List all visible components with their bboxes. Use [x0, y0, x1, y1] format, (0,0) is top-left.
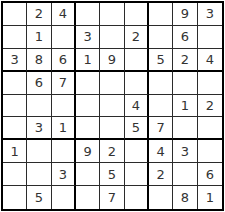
cell-r4c9[interactable] [198, 72, 222, 95]
cell-r6c4[interactable] [76, 117, 100, 140]
cell-r8c2[interactable] [27, 163, 51, 186]
cell-r9c1[interactable] [3, 186, 27, 209]
cell-r3c3[interactable]: 6 [52, 49, 76, 72]
cell-r5c9[interactable]: 2 [198, 95, 222, 118]
cell-r8c4[interactable] [76, 163, 100, 186]
cell-r6c3[interactable]: 1 [52, 117, 76, 140]
cell-r2c2[interactable]: 1 [27, 26, 51, 49]
cell-r5c1[interactable] [3, 95, 27, 118]
cell-r1c9[interactable]: 3 [198, 3, 222, 26]
cell-r3c9[interactable]: 4 [198, 49, 222, 72]
cell-r2c8[interactable]: 6 [173, 26, 197, 49]
cell-r2c5[interactable] [100, 26, 124, 49]
cell-r7c9[interactable] [198, 140, 222, 163]
cell-r9c2[interactable]: 5 [27, 186, 51, 209]
cell-r9c8[interactable]: 8 [173, 186, 197, 209]
cell-r9c7[interactable] [149, 186, 173, 209]
cell-r2c7[interactable] [149, 26, 173, 49]
cell-r4c3[interactable]: 7 [52, 72, 76, 95]
cell-r5c7[interactable] [149, 95, 173, 118]
cell-r8c8[interactable] [173, 163, 197, 186]
cell-r4c4[interactable] [76, 72, 100, 95]
cell-r4c7[interactable] [149, 72, 173, 95]
cell-r3c2[interactable]: 8 [27, 49, 51, 72]
sudoku-board: 24931326386195246741231571924335265781 [1, 1, 224, 211]
cell-r3c4[interactable]: 1 [76, 49, 100, 72]
cell-r1c2[interactable]: 2 [27, 3, 51, 26]
cell-r7c2[interactable] [27, 140, 51, 163]
cell-r8c3[interactable]: 3 [52, 163, 76, 186]
cell-r1c7[interactable] [149, 3, 173, 26]
cell-r9c6[interactable] [125, 186, 149, 209]
cell-r6c6[interactable]: 5 [125, 117, 149, 140]
cell-r3c8[interactable]: 2 [173, 49, 197, 72]
cell-r9c3[interactable] [52, 186, 76, 209]
cell-r8c9[interactable]: 6 [198, 163, 222, 186]
cell-r7c5[interactable]: 2 [100, 140, 124, 163]
cell-r7c6[interactable] [125, 140, 149, 163]
cell-r4c5[interactable] [100, 72, 124, 95]
cell-r4c6[interactable] [125, 72, 149, 95]
cell-r6c8[interactable] [173, 117, 197, 140]
cell-r6c9[interactable] [198, 117, 222, 140]
cell-r7c8[interactable]: 3 [173, 140, 197, 163]
cell-r5c3[interactable] [52, 95, 76, 118]
cell-r1c1[interactable] [3, 3, 27, 26]
cell-r8c5[interactable]: 5 [100, 163, 124, 186]
cell-r1c5[interactable] [100, 3, 124, 26]
sudoku-page: 24931326386195246741231571924335265781 [0, 0, 225, 212]
cell-r4c1[interactable] [3, 72, 27, 95]
cell-r4c2[interactable]: 6 [27, 72, 51, 95]
cell-r2c4[interactable]: 3 [76, 26, 100, 49]
cell-r3c7[interactable]: 5 [149, 49, 173, 72]
cell-r2c6[interactable]: 2 [125, 26, 149, 49]
cell-r3c6[interactable] [125, 49, 149, 72]
cell-r4c8[interactable] [173, 72, 197, 95]
cell-r1c3[interactable]: 4 [52, 3, 76, 26]
cell-r6c1[interactable] [3, 117, 27, 140]
cell-r7c7[interactable]: 4 [149, 140, 173, 163]
cell-r2c3[interactable] [52, 26, 76, 49]
cell-r9c9[interactable]: 1 [198, 186, 222, 209]
cell-r2c9[interactable] [198, 26, 222, 49]
cell-r1c6[interactable] [125, 3, 149, 26]
cell-r7c3[interactable] [52, 140, 76, 163]
cell-r1c4[interactable] [76, 3, 100, 26]
cell-r6c2[interactable]: 3 [27, 117, 51, 140]
cell-r2c1[interactable] [3, 26, 27, 49]
cell-r7c1[interactable]: 1 [3, 140, 27, 163]
cell-r9c5[interactable]: 7 [100, 186, 124, 209]
cell-r6c5[interactable] [100, 117, 124, 140]
cell-r8c6[interactable] [125, 163, 149, 186]
cell-r8c7[interactable]: 2 [149, 163, 173, 186]
cell-r5c2[interactable] [27, 95, 51, 118]
cell-r3c1[interactable]: 3 [3, 49, 27, 72]
cell-r5c5[interactable] [100, 95, 124, 118]
cell-r6c7[interactable]: 7 [149, 117, 173, 140]
cell-r9c4[interactable] [76, 186, 100, 209]
cell-r5c8[interactable]: 1 [173, 95, 197, 118]
cell-r5c4[interactable] [76, 95, 100, 118]
cell-r3c5[interactable]: 9 [100, 49, 124, 72]
cell-r1c8[interactable]: 9 [173, 3, 197, 26]
cell-r5c6[interactable]: 4 [125, 95, 149, 118]
cell-r7c4[interactable]: 9 [76, 140, 100, 163]
cell-r8c1[interactable] [3, 163, 27, 186]
